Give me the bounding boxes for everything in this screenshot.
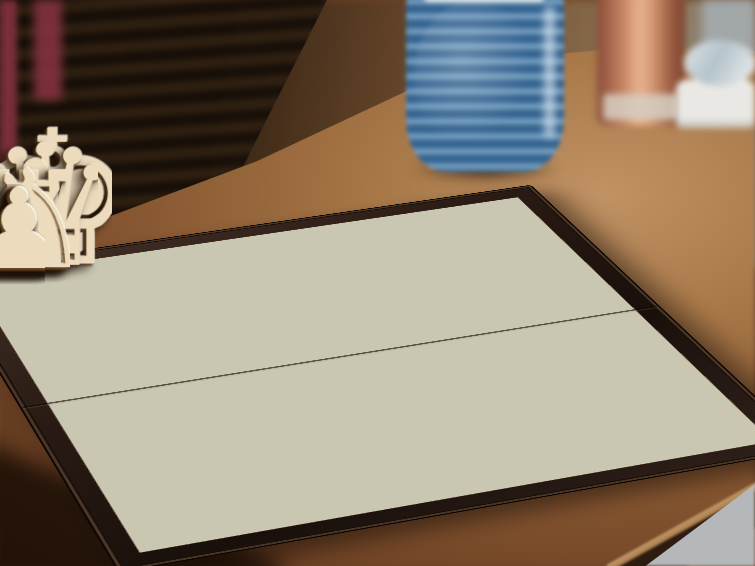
plate-top [684, 40, 755, 86]
plate-stack [676, 40, 755, 132]
bottle-label-band [603, 94, 679, 120]
plate [676, 80, 755, 128]
copper-bottle [597, 0, 685, 126]
vase-sheen [414, 0, 534, 150]
vase-rim [424, 0, 544, 2]
maroon-wall-patch [34, 0, 62, 100]
photo-scene: ♜♞♝♛♚♝♞♜♟♟♟♟♟♟♟♟♟♟♟♟♟♟♟♟♜♞♝♛♚♝♞♜ [0, 0, 755, 566]
blue-vase [406, 0, 564, 172]
vase-glint [544, 6, 555, 138]
